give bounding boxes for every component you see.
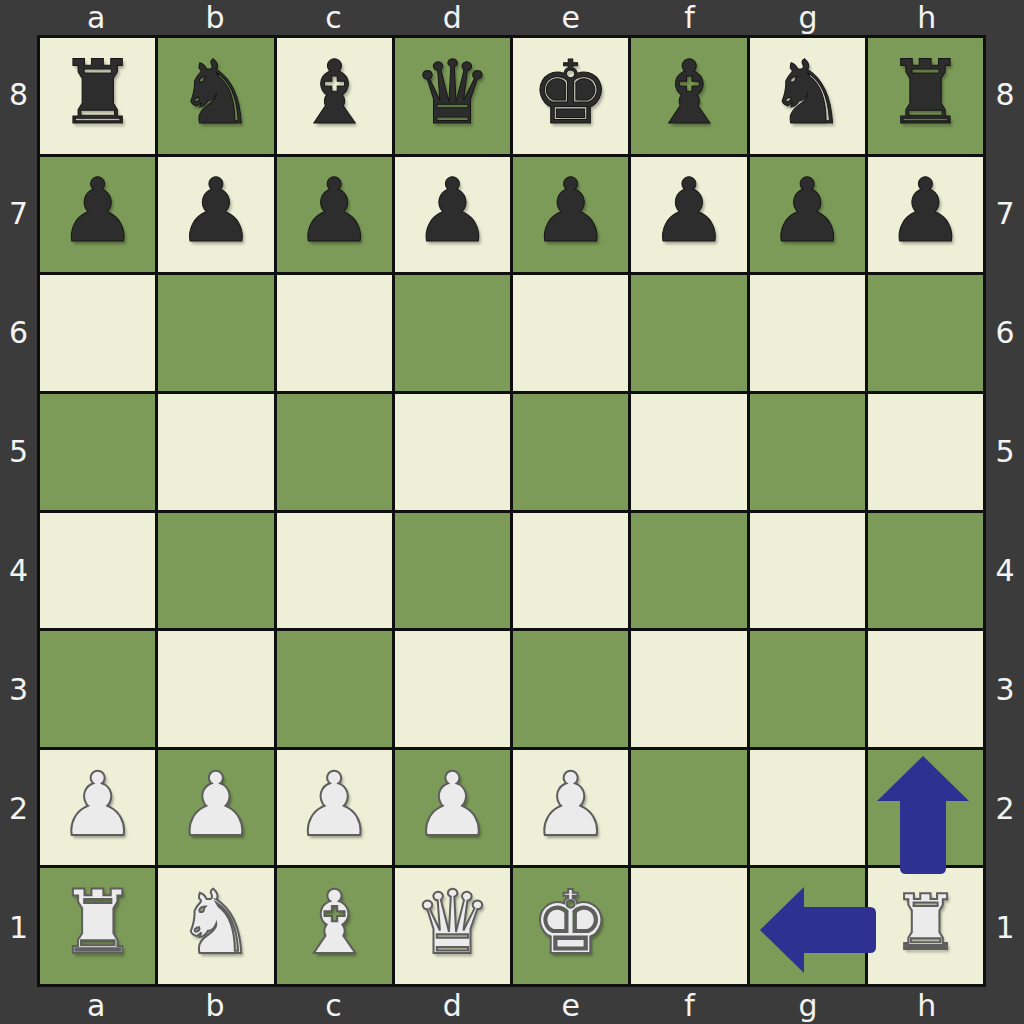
chess-board: ♜♞♝♛♚♝♞♜♟♟♟♟♟♟♟♟♟♟♟♟♟♜♞♝♛♚♜: [37, 35, 986, 987]
square-d4[interactable]: [395, 513, 510, 629]
square-c3[interactable]: [277, 631, 392, 747]
file-label-e: e: [512, 987, 631, 1024]
white-pawn[interactable]: ♟: [413, 761, 492, 849]
square-e5[interactable]: [513, 394, 628, 510]
square-h6[interactable]: [868, 275, 983, 391]
rank-label-4: 4: [986, 511, 1024, 630]
square-h8[interactable]: ♜: [868, 38, 983, 154]
rank-label-4: 4: [0, 511, 37, 630]
rank-label-6: 6: [0, 273, 37, 392]
black-pawn[interactable]: ♟: [58, 167, 137, 255]
square-b7[interactable]: ♟: [158, 157, 273, 273]
square-g6[interactable]: [750, 275, 865, 391]
file-label-b: b: [156, 987, 275, 1024]
square-d2[interactable]: ♟: [395, 750, 510, 866]
square-h3[interactable]: [868, 631, 983, 747]
file-label-b: b: [156, 0, 275, 35]
square-a2[interactable]: ♟: [40, 750, 155, 866]
square-c6[interactable]: [277, 275, 392, 391]
square-d5[interactable]: [395, 394, 510, 510]
square-f4[interactable]: [631, 513, 746, 629]
square-b6[interactable]: [158, 275, 273, 391]
white-pawn[interactable]: ♟: [531, 761, 610, 849]
black-knight[interactable]: ♞: [768, 49, 847, 137]
white-rook[interactable]: ♜: [58, 879, 137, 967]
white-queen[interactable]: ♛: [413, 879, 492, 967]
rank-label-6: 6: [986, 273, 1024, 392]
file-label-g: g: [749, 0, 868, 35]
black-pawn[interactable]: ♟: [295, 167, 374, 255]
square-c1[interactable]: ♝: [277, 868, 392, 984]
white-knight[interactable]: ♞: [176, 879, 255, 967]
rank-label-8: 8: [986, 35, 1024, 154]
white-pawn[interactable]: ♟: [295, 761, 374, 849]
square-c8[interactable]: ♝: [277, 38, 392, 154]
white-rook[interactable]: ♜: [891, 885, 959, 961]
square-d1[interactable]: ♛: [395, 868, 510, 984]
file-label-d: d: [393, 987, 512, 1024]
file-label-e: e: [512, 0, 631, 35]
file-label-a: a: [37, 0, 156, 35]
black-bishop[interactable]: ♝: [649, 49, 728, 137]
square-f1[interactable]: [631, 868, 746, 984]
square-a3[interactable]: [40, 631, 155, 747]
square-f3[interactable]: [631, 631, 746, 747]
file-label-h: h: [867, 987, 986, 1024]
square-e1[interactable]: ♚: [513, 868, 628, 984]
square-d3[interactable]: [395, 631, 510, 747]
square-h2[interactable]: [868, 750, 983, 866]
rank-label-7: 7: [986, 154, 1024, 273]
square-d8[interactable]: ♛: [395, 38, 510, 154]
file-label-c: c: [274, 987, 393, 1024]
rank-label-5: 5: [986, 392, 1024, 511]
rank-label-7: 7: [0, 154, 37, 273]
square-g7[interactable]: ♟: [750, 157, 865, 273]
square-b4[interactable]: [158, 513, 273, 629]
rank-label-2: 2: [986, 749, 1024, 868]
square-g4[interactable]: [750, 513, 865, 629]
square-a4[interactable]: [40, 513, 155, 629]
white-bishop[interactable]: ♝: [295, 879, 374, 967]
black-pawn[interactable]: ♟: [886, 167, 965, 255]
black-king[interactable]: ♚: [531, 49, 610, 137]
square-b8[interactable]: ♞: [158, 38, 273, 154]
black-rook[interactable]: ♜: [886, 49, 965, 137]
file-labels-bottom: abcdefgh: [37, 987, 986, 1024]
square-a7[interactable]: ♟: [40, 157, 155, 273]
square-e2[interactable]: ♟: [513, 750, 628, 866]
square-f5[interactable]: [631, 394, 746, 510]
rank-label-2: 2: [0, 749, 37, 868]
rank-labels-left: 87654321: [0, 35, 37, 987]
black-pawn[interactable]: ♟: [768, 167, 847, 255]
rank-label-3: 3: [986, 630, 1024, 749]
file-label-h: h: [867, 0, 986, 35]
square-g8[interactable]: ♞: [750, 38, 865, 154]
square-c5[interactable]: [277, 394, 392, 510]
square-g5[interactable]: [750, 394, 865, 510]
black-rook[interactable]: ♜: [58, 49, 137, 137]
file-labels-top: abcdefgh: [37, 0, 986, 35]
black-knight[interactable]: ♞: [176, 49, 255, 137]
square-g3[interactable]: [750, 631, 865, 747]
black-pawn[interactable]: ♟: [413, 167, 492, 255]
file-label-f: f: [630, 987, 749, 1024]
square-e6[interactable]: [513, 275, 628, 391]
file-label-g: g: [749, 987, 868, 1024]
square-b1[interactable]: ♞: [158, 868, 273, 984]
board-frame: abcdefgh abcdefgh 87654321 87654321 ♜♞♝♛…: [0, 0, 1024, 1024]
square-h5[interactable]: [868, 394, 983, 510]
file-label-d: d: [393, 0, 512, 35]
square-f7[interactable]: ♟: [631, 157, 746, 273]
square-b2[interactable]: ♟: [158, 750, 273, 866]
square-f8[interactable]: ♝: [631, 38, 746, 154]
black-queen[interactable]: ♛: [413, 49, 492, 137]
square-g2[interactable]: [750, 750, 865, 866]
rank-label-1: 1: [0, 868, 37, 987]
square-c7[interactable]: ♟: [277, 157, 392, 273]
file-label-c: c: [274, 0, 393, 35]
square-e4[interactable]: [513, 513, 628, 629]
black-pawn[interactable]: ♟: [176, 167, 255, 255]
square-g1[interactable]: [750, 868, 865, 984]
rank-label-5: 5: [0, 392, 37, 511]
square-a6[interactable]: [40, 275, 155, 391]
square-b3[interactable]: [158, 631, 273, 747]
square-a1[interactable]: ♜: [40, 868, 155, 984]
rank-label-8: 8: [0, 35, 37, 154]
square-h4[interactable]: [868, 513, 983, 629]
white-pawn[interactable]: ♟: [58, 761, 137, 849]
square-d7[interactable]: ♟: [395, 157, 510, 273]
square-d6[interactable]: [395, 275, 510, 391]
rank-labels-right: 87654321: [986, 35, 1024, 987]
square-e3[interactable]: [513, 631, 628, 747]
black-pawn[interactable]: ♟: [649, 167, 728, 255]
square-h1[interactable]: ♜: [868, 868, 983, 984]
white-pawn[interactable]: ♟: [176, 761, 255, 849]
square-a5[interactable]: [40, 394, 155, 510]
rank-label-3: 3: [0, 630, 37, 749]
file-label-f: f: [630, 0, 749, 35]
square-h7[interactable]: ♟: [868, 157, 983, 273]
square-c2[interactable]: ♟: [277, 750, 392, 866]
square-c4[interactable]: [277, 513, 392, 629]
square-b5[interactable]: [158, 394, 273, 510]
white-king[interactable]: ♚: [531, 879, 610, 967]
black-pawn[interactable]: ♟: [531, 167, 610, 255]
square-a8[interactable]: ♜: [40, 38, 155, 154]
black-bishop[interactable]: ♝: [295, 49, 374, 137]
square-e7[interactable]: ♟: [513, 157, 628, 273]
rank-label-1: 1: [986, 868, 1024, 987]
square-e8[interactable]: ♚: [513, 38, 628, 154]
file-label-a: a: [37, 987, 156, 1024]
square-f6[interactable]: [631, 275, 746, 391]
square-f2[interactable]: [631, 750, 746, 866]
